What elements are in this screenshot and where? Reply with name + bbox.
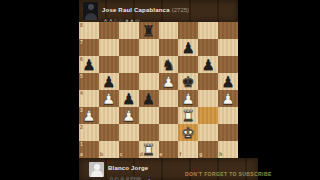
square-c5[interactable]	[119, 73, 139, 90]
square-e2[interactable]	[159, 124, 179, 141]
square-g1[interactable]: g	[198, 141, 218, 158]
black-rook: ♜	[142, 22, 155, 38]
file-label: e	[160, 152, 163, 157]
square-e5[interactable]: ♟	[159, 73, 179, 90]
square-f4[interactable]: ♟	[178, 90, 198, 107]
player-top-name: Jose Raul Capablanca	[102, 7, 170, 13]
square-e3[interactable]	[159, 107, 179, 124]
square-a4[interactable]: 4	[79, 90, 99, 107]
square-c6[interactable]	[119, 56, 139, 73]
white-rook: ♜	[142, 141, 155, 157]
white-pawn: ♟	[122, 107, 135, 123]
white-king: ♚	[182, 124, 195, 140]
square-f6[interactable]	[178, 56, 198, 73]
player-panel-bottom: Blanco Jorge ♟ ♞ ♝♝ ♜ ♛+1 DON'T FORGET T…	[79, 158, 258, 180]
square-b1[interactable]: b	[99, 141, 119, 158]
square-a5[interactable]: 5	[79, 73, 99, 90]
file-label: f	[179, 152, 181, 157]
square-h5[interactable]: ♟	[218, 73, 238, 90]
square-d1[interactable]: d♜	[139, 141, 159, 158]
chess-board: 8♜7♟6♟♞♟5♟♟♚♟4♟♟♟♟♟3♟♟♜2♚1abcd♜efgh	[79, 22, 238, 158]
square-a8[interactable]: 8	[79, 22, 99, 39]
square-g7[interactable]	[198, 39, 218, 56]
rank-label: 5	[80, 74, 83, 79]
player-top-rating: (2725)	[172, 7, 189, 13]
black-pawn: ♟	[82, 56, 95, 72]
square-a1[interactable]: 1a	[79, 141, 99, 158]
rank-label: 8	[80, 23, 83, 28]
square-g3[interactable]	[198, 107, 218, 124]
square-b8[interactable]	[99, 22, 119, 39]
square-e6[interactable]: ♞	[159, 56, 179, 73]
square-h6[interactable]	[218, 56, 238, 73]
black-pawn: ♟	[122, 90, 135, 106]
square-g6[interactable]: ♟	[198, 56, 218, 73]
square-c7[interactable]	[119, 39, 139, 56]
square-h4[interactable]: ♟	[218, 90, 238, 107]
white-pawn: ♟	[162, 73, 175, 89]
video-frame: Jose Raul Capablanca(2725) ♙♙ ♘♘ ♗♗ ♕ 8♜…	[0, 0, 320, 180]
square-h1[interactable]: h	[218, 141, 238, 158]
square-g2[interactable]	[198, 124, 218, 141]
black-pawn: ♟	[182, 39, 195, 55]
square-g8[interactable]	[198, 22, 218, 39]
square-h2[interactable]	[218, 124, 238, 141]
square-c4[interactable]: ♟	[119, 90, 139, 107]
square-d3[interactable]	[139, 107, 159, 124]
square-f3[interactable]: ♜	[178, 107, 198, 124]
square-d8[interactable]: ♜	[139, 22, 159, 39]
black-pawn: ♟	[201, 56, 214, 72]
black-knight: ♞	[162, 56, 175, 72]
square-d5[interactable]	[139, 73, 159, 90]
white-pawn: ♟	[82, 107, 95, 123]
square-e4[interactable]	[159, 90, 179, 107]
square-f8[interactable]	[178, 22, 198, 39]
file-label: h	[219, 152, 222, 157]
black-king: ♚	[182, 73, 195, 89]
player-bottom-avatar	[89, 162, 104, 177]
file-label: c	[120, 152, 123, 157]
square-f7[interactable]: ♟	[178, 39, 198, 56]
file-label: a	[80, 152, 83, 157]
square-b7[interactable]	[99, 39, 119, 56]
square-d7[interactable]	[139, 39, 159, 56]
player-top-avatar	[83, 2, 98, 20]
square-a2[interactable]: 2	[79, 124, 99, 141]
square-g5[interactable]	[198, 73, 218, 90]
material-advantage: +1	[144, 178, 151, 180]
square-g4[interactable]	[198, 90, 218, 107]
square-f2[interactable]: ♚	[178, 124, 198, 141]
square-e8[interactable]	[159, 22, 179, 39]
square-e7[interactable]	[159, 39, 179, 56]
square-b2[interactable]	[99, 124, 119, 141]
black-pawn: ♟	[142, 90, 155, 106]
square-f5[interactable]: ♚	[178, 73, 198, 90]
square-d4[interactable]: ♟	[139, 90, 159, 107]
player-panel-top: Jose Raul Capablanca(2725) ♙♙ ♘♘ ♗♗ ♕	[79, 0, 238, 22]
square-b3[interactable]	[99, 107, 119, 124]
rank-label: 1	[80, 142, 83, 147]
subscribe-overlay-text: DON'T FORGET TO SUBSCRIBE	[185, 171, 272, 177]
white-pawn: ♟	[221, 90, 234, 106]
rank-label: 2	[80, 125, 83, 130]
square-c8[interactable]	[119, 22, 139, 39]
file-label: b	[100, 152, 103, 157]
square-c1[interactable]: c	[119, 141, 139, 158]
black-pawn: ♟	[102, 73, 115, 89]
square-a7[interactable]: 7	[79, 39, 99, 56]
square-a3[interactable]: 3♟	[79, 107, 99, 124]
player-bottom-name: Blanco Jorge	[108, 165, 148, 171]
square-c2[interactable]	[119, 124, 139, 141]
square-h7[interactable]	[218, 39, 238, 56]
square-b6[interactable]	[99, 56, 119, 73]
rank-label: 7	[80, 40, 83, 45]
captured-black-pieces: ♟ ♞ ♝♝ ♜ ♛	[108, 176, 140, 180]
square-b4[interactable]: ♟	[99, 90, 119, 107]
captured-pieces-tray-bottom: ♟ ♞ ♝♝ ♜ ♛+1	[108, 173, 151, 180]
black-pawn: ♟	[221, 73, 234, 89]
square-a6[interactable]: 6♟	[79, 56, 99, 73]
square-c3[interactable]: ♟	[119, 107, 139, 124]
square-h3[interactable]	[218, 107, 238, 124]
white-pawn: ♟	[182, 90, 195, 106]
square-e1[interactable]: e	[159, 141, 179, 158]
white-rook: ♜	[182, 107, 195, 123]
square-f1[interactable]: f	[178, 141, 198, 158]
square-d2[interactable]	[139, 124, 159, 141]
file-label: g	[199, 152, 202, 157]
square-d6[interactable]	[139, 56, 159, 73]
rank-label: 4	[80, 91, 83, 96]
white-pawn: ♟	[102, 90, 115, 106]
square-b5[interactable]: ♟	[99, 73, 119, 90]
square-h8[interactable]	[218, 22, 238, 39]
